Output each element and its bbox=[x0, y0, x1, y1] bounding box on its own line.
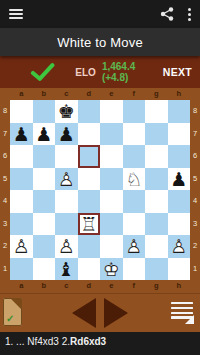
square-a8[interactable] bbox=[10, 100, 33, 123]
square-f8[interactable] bbox=[123, 100, 146, 123]
piece-bP: ♟ bbox=[10, 123, 33, 146]
coord-file-c: c bbox=[55, 280, 78, 292]
piece-bP: ♟ bbox=[168, 168, 191, 191]
square-g4[interactable] bbox=[145, 190, 168, 213]
square-b5[interactable] bbox=[33, 168, 56, 191]
square-h3[interactable] bbox=[168, 213, 191, 236]
square-e8[interactable] bbox=[100, 100, 123, 123]
board-frame: abcdefgh 87654321 87654321 ♚♟♟♟♟♙♞♘♟♜♖♟♙… bbox=[0, 88, 200, 293]
square-g7[interactable] bbox=[145, 123, 168, 146]
elo-value: 1,464.4 (+4.8) bbox=[102, 61, 163, 83]
square-b8[interactable] bbox=[33, 100, 56, 123]
coord-file-c: c bbox=[55, 88, 78, 100]
coord-rank-6: 6 bbox=[190, 145, 200, 168]
share-icon[interactable] bbox=[159, 6, 175, 22]
board: ♚♟♟♟♟♙♞♘♟♜♖♟♙♟♙♟♙♟♙♝♚♔ bbox=[10, 100, 190, 280]
piece-wP-outline: ♙ bbox=[10, 235, 33, 258]
move-text-prefix: 1. ... Nf4xd3 2. bbox=[5, 336, 70, 347]
square-a4[interactable] bbox=[10, 190, 33, 213]
square-a1[interactable] bbox=[10, 258, 33, 281]
coord-file-f: f bbox=[123, 280, 146, 292]
square-c7-bP[interactable]: ♟ bbox=[55, 123, 78, 146]
piece-wP: ♟ bbox=[55, 235, 78, 258]
file-coordinates-top: abcdefgh bbox=[10, 88, 190, 100]
square-f5-wN[interactable]: ♞♘ bbox=[123, 168, 146, 191]
move-list[interactable]: 1. ... Nf4xd3 2. Rd6xd3 bbox=[0, 332, 200, 355]
piece-wP-outline: ♙ bbox=[168, 235, 191, 258]
coord-rank-6: 6 bbox=[0, 145, 10, 168]
next-move-arrow-icon[interactable] bbox=[104, 298, 128, 328]
square-b4[interactable] bbox=[33, 190, 56, 213]
piece-wN: ♞ bbox=[123, 168, 146, 191]
square-g3[interactable] bbox=[145, 213, 168, 236]
square-a6[interactable] bbox=[10, 145, 33, 168]
coord-rank-1: 1 bbox=[0, 258, 10, 281]
piece-wP: ♟ bbox=[123, 235, 146, 258]
coord-file-e: e bbox=[100, 280, 123, 292]
square-f2-wP[interactable]: ♟♙ bbox=[123, 235, 146, 258]
square-c4[interactable] bbox=[55, 190, 78, 213]
coord-rank-5: 5 bbox=[190, 168, 200, 191]
square-e5[interactable] bbox=[100, 168, 123, 191]
piece-wN-outline: ♘ bbox=[123, 168, 146, 191]
square-a5[interactable] bbox=[10, 168, 33, 191]
piece-wK-outline: ♔ bbox=[100, 258, 123, 281]
square-d3-wR[interactable]: ♜♖ bbox=[78, 213, 101, 236]
square-d5[interactable] bbox=[78, 168, 101, 191]
piece-wP: ♟ bbox=[55, 168, 78, 191]
square-f1[interactable] bbox=[123, 258, 146, 281]
square-c2-wP[interactable]: ♟♙ bbox=[55, 235, 78, 258]
piece-wP-outline: ♙ bbox=[55, 168, 78, 191]
page-title: White to Move bbox=[0, 28, 200, 56]
coord-rank-7: 7 bbox=[190, 123, 200, 146]
square-f4[interactable] bbox=[123, 190, 146, 213]
square-h1[interactable] bbox=[168, 258, 191, 281]
coord-rank-4: 4 bbox=[0, 190, 10, 213]
square-g5[interactable] bbox=[145, 168, 168, 191]
piece-wP: ♟ bbox=[168, 235, 191, 258]
square-d7[interactable] bbox=[78, 123, 101, 146]
piece-bP: ♟ bbox=[55, 123, 78, 146]
square-c8-bK[interactable]: ♚ bbox=[55, 100, 78, 123]
square-b3[interactable] bbox=[33, 213, 56, 236]
previous-move-arrow-icon[interactable] bbox=[72, 298, 96, 328]
solved-check-icon bbox=[30, 62, 55, 82]
square-b2[interactable] bbox=[33, 235, 56, 258]
piece-bK: ♚ bbox=[55, 100, 78, 123]
coord-file-e: e bbox=[100, 88, 123, 100]
coord-file-g: g bbox=[145, 88, 168, 100]
coord-file-b: b bbox=[33, 88, 56, 100]
coord-rank-2: 2 bbox=[190, 235, 200, 258]
coord-rank-2: 2 bbox=[0, 235, 10, 258]
chess-tactics-app: White to Move ELO 1,464.4 (+4.8) NEXT ab… bbox=[0, 0, 200, 355]
coord-file-g: g bbox=[145, 280, 168, 292]
square-g2[interactable] bbox=[145, 235, 168, 258]
square-h6[interactable] bbox=[168, 145, 191, 168]
square-e6[interactable] bbox=[100, 145, 123, 168]
coord-file-f: f bbox=[123, 88, 146, 100]
overflow-menu-icon[interactable] bbox=[185, 6, 194, 23]
square-e4[interactable] bbox=[100, 190, 123, 213]
move-text-last: Rd6xd3 bbox=[70, 336, 106, 347]
square-g1[interactable] bbox=[145, 258, 168, 281]
hamburger-menu-icon[interactable] bbox=[9, 7, 23, 21]
file-coordinates-bottom: abcdefgh bbox=[10, 280, 190, 292]
square-g6[interactable] bbox=[145, 145, 168, 168]
square-a3[interactable] bbox=[10, 213, 33, 236]
rank-coordinates-right: 87654321 bbox=[190, 100, 200, 280]
coord-file-a: a bbox=[10, 88, 33, 100]
square-c5-wP[interactable]: ♟♙ bbox=[55, 168, 78, 191]
square-a2-wP[interactable]: ♟♙ bbox=[10, 235, 33, 258]
top-app-bar bbox=[0, 0, 200, 28]
piece-wK: ♚ bbox=[100, 258, 123, 281]
square-e1-wK[interactable]: ♚♔ bbox=[100, 258, 123, 281]
piece-bB: ♝ bbox=[55, 258, 78, 281]
piece-bP: ♟ bbox=[33, 123, 56, 146]
move-list-icon[interactable] bbox=[171, 302, 193, 324]
square-h8[interactable] bbox=[168, 100, 191, 123]
square-h7[interactable] bbox=[168, 123, 191, 146]
coord-rank-7: 7 bbox=[0, 123, 10, 146]
square-d2[interactable] bbox=[78, 235, 101, 258]
piece-wR-outline: ♖ bbox=[78, 213, 101, 236]
puzzle-nav-bar: ✓ bbox=[0, 293, 200, 332]
square-f6[interactable] bbox=[123, 145, 146, 168]
piece-wP-outline: ♙ bbox=[55, 235, 78, 258]
coord-rank-3: 3 bbox=[190, 213, 200, 236]
square-e2[interactable] bbox=[100, 235, 123, 258]
square-e3[interactable] bbox=[100, 213, 123, 236]
square-h5-bP[interactable]: ♟ bbox=[168, 168, 191, 191]
square-b1[interactable] bbox=[33, 258, 56, 281]
square-d4[interactable] bbox=[78, 190, 101, 213]
coord-rank-5: 5 bbox=[0, 168, 10, 191]
square-b6[interactable] bbox=[33, 145, 56, 168]
square-h2-wP[interactable]: ♟♙ bbox=[168, 235, 191, 258]
square-h4[interactable] bbox=[168, 190, 191, 213]
coord-rank-1: 1 bbox=[190, 258, 200, 281]
coord-file-d: d bbox=[78, 88, 101, 100]
next-button[interactable]: NEXT bbox=[163, 66, 192, 78]
square-d6[interactable] bbox=[78, 145, 101, 168]
square-f7[interactable] bbox=[123, 123, 146, 146]
puzzle-thumbnail-icon[interactable]: ✓ bbox=[3, 298, 22, 326]
coord-rank-8: 8 bbox=[190, 100, 200, 123]
elo-label: ELO bbox=[75, 67, 96, 78]
coord-file-b: b bbox=[33, 280, 56, 292]
coord-rank-4: 4 bbox=[190, 190, 200, 213]
square-c3[interactable] bbox=[55, 213, 78, 236]
square-e7[interactable] bbox=[100, 123, 123, 146]
piece-wP-outline: ♙ bbox=[123, 235, 146, 258]
square-c1-bB[interactable]: ♝ bbox=[55, 258, 78, 281]
square-f3[interactable] bbox=[123, 213, 146, 236]
piece-wR: ♜ bbox=[78, 213, 101, 236]
coord-rank-8: 8 bbox=[0, 100, 10, 123]
status-bar: ELO 1,464.4 (+4.8) NEXT bbox=[0, 56, 200, 88]
square-g8[interactable] bbox=[145, 100, 168, 123]
coord-file-h: h bbox=[168, 88, 191, 100]
piece-wP: ♟ bbox=[10, 235, 33, 258]
square-d1[interactable] bbox=[78, 258, 101, 281]
square-a7-bP[interactable]: ♟ bbox=[10, 123, 33, 146]
coord-rank-3: 3 bbox=[0, 213, 10, 236]
coord-file-a: a bbox=[10, 280, 33, 292]
square-d8[interactable] bbox=[78, 100, 101, 123]
coord-file-h: h bbox=[168, 280, 191, 292]
square-c6[interactable] bbox=[55, 145, 78, 168]
rank-coordinates-left: 87654321 bbox=[0, 100, 10, 280]
coord-file-d: d bbox=[78, 280, 101, 292]
square-b7-bP[interactable]: ♟ bbox=[33, 123, 56, 146]
